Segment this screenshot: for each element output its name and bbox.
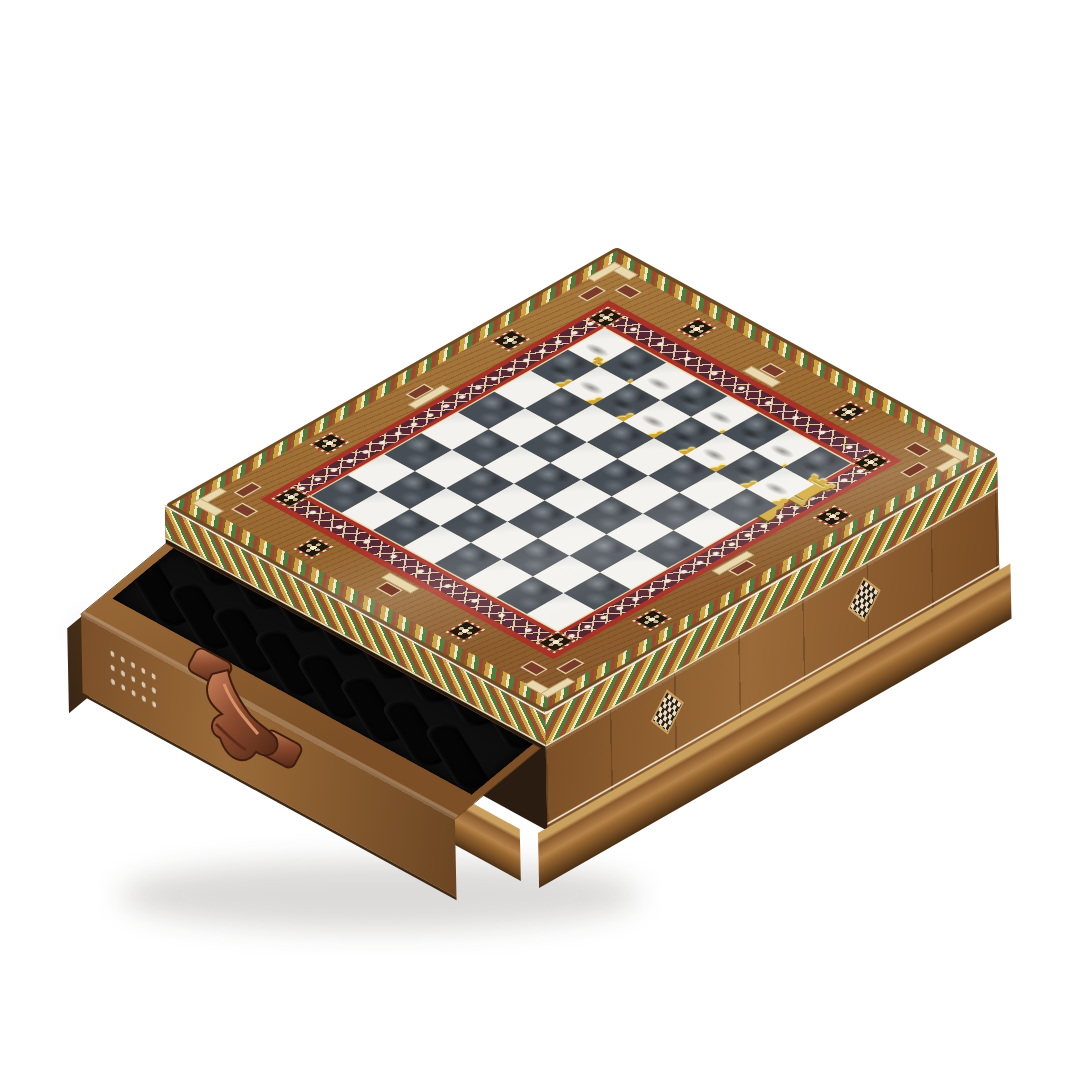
- mother-of-pearl-inlay: [106, 643, 158, 715]
- drawer-handle[interactable]: [172, 640, 322, 800]
- checkerboard-inlay: [651, 689, 684, 734]
- product-photo-scene: ♜♞♝♚♛♝♞♜♟♟♟♟♟♟♟♟: [0, 0, 1080, 1080]
- checkerboard-inlay: [848, 577, 881, 622]
